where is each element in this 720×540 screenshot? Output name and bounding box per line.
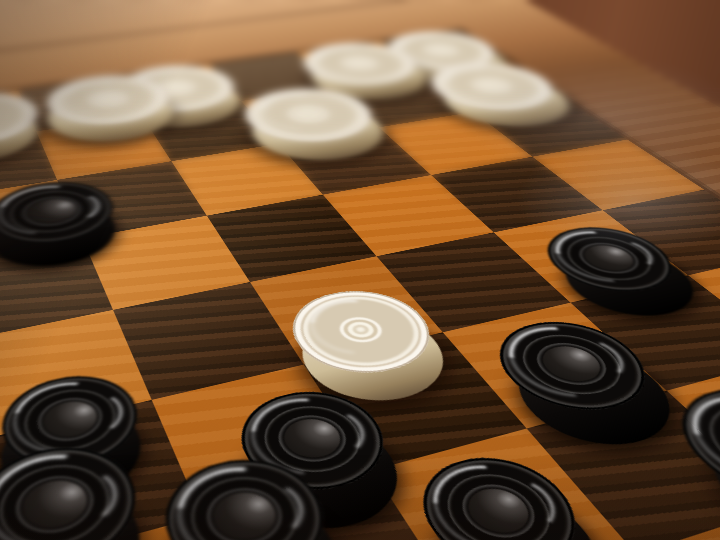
checkers-board-photo bbox=[0, 0, 720, 540]
board-plane bbox=[0, 0, 720, 540]
